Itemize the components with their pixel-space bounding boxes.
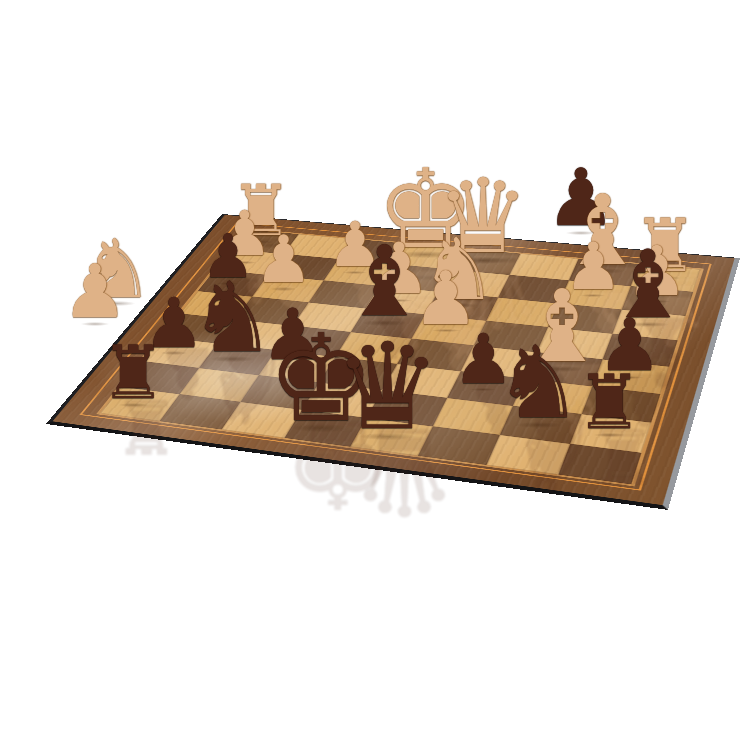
captured-white-pawn: ♟ [77,279,114,322]
product-photo-scene: ♜♟♟♟♚♛♟♞♟♝♟♟♜♝♟♟♞♟♜♚♛♝♟♞♜♝♟♞♟♟ [0,0,750,750]
chess-board [46,214,740,510]
captured-white-knight: ♞ [94,247,141,302]
captured-black-pawn: ♟ [561,185,600,231]
